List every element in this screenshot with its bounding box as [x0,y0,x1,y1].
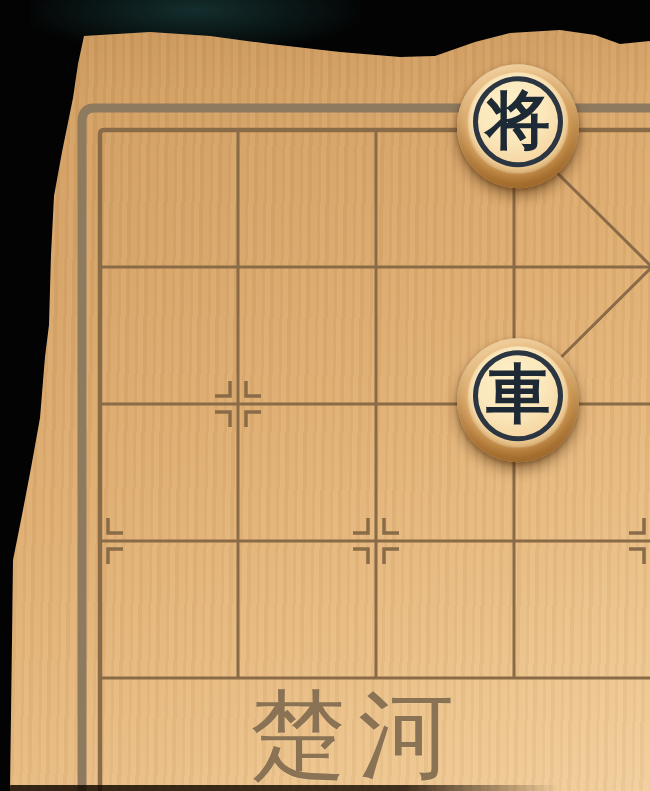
piece-black-general[interactable]: 将 [457,64,579,188]
piece-glyph: 将 [486,89,550,153]
piece-face: 車 [468,346,568,446]
piece-ring: 車 [473,350,563,441]
piece-face: 将 [468,72,568,172]
river-label: 楚河 [250,688,466,784]
piece-ring: 将 [473,76,563,167]
piece-glyph: 車 [486,363,550,427]
xiangqi-board[interactable]: 楚河 将 車 [0,0,650,791]
piece-black-chariot[interactable]: 車 [457,338,579,462]
app-background: 楚河 将 車 [0,0,650,791]
